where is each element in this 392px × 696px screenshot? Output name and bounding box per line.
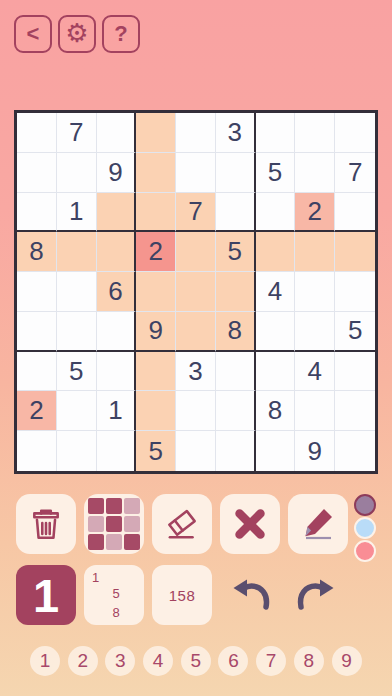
center-marks-button[interactable]: 158: [152, 565, 212, 625]
cell-r4c3[interactable]: [97, 232, 137, 272]
help-icon: ?: [114, 23, 127, 45]
cell-r8c2[interactable]: [57, 391, 97, 431]
cell-r3c3[interactable]: [97, 193, 137, 233]
cell-r5c4[interactable]: [136, 272, 176, 312]
color-dot-pink[interactable]: [354, 540, 376, 562]
back-icon: <: [27, 23, 40, 45]
cell-r8c3[interactable]: 1: [97, 391, 137, 431]
cell-r3c9[interactable]: [335, 193, 375, 233]
palette-square-dark: [106, 516, 122, 532]
cell-r3c7[interactable]: [256, 193, 296, 233]
cell-r6c8[interactable]: [295, 312, 335, 352]
cell-r2c4[interactable]: [136, 153, 176, 193]
cell-r1c5[interactable]: [176, 113, 216, 153]
cell-r4c5[interactable]: [176, 232, 216, 272]
cell-r4c4[interactable]: 2: [136, 232, 176, 272]
settings-button[interactable]: ⚙: [58, 15, 96, 53]
redo-button[interactable]: [294, 577, 334, 613]
palette-button[interactable]: [84, 494, 144, 554]
cell-r9c9[interactable]: [335, 431, 375, 471]
center-marks-label: 158: [169, 587, 196, 604]
cell-r8c5[interactable]: [176, 391, 216, 431]
gear-icon: ⚙: [65, 20, 88, 46]
cell-r7c3[interactable]: [97, 352, 137, 392]
cell-r5c3[interactable]: 6: [97, 272, 137, 312]
cell-r3c8[interactable]: 2: [295, 193, 335, 233]
back-button[interactable]: <: [14, 15, 52, 53]
top-bar: < ⚙ ?: [14, 15, 140, 53]
digit-button-6[interactable]: 6: [218, 646, 248, 676]
cell-r5c2[interactable]: [57, 272, 97, 312]
cell-r1c8[interactable]: [295, 113, 335, 153]
cell-r7c2[interactable]: 5: [57, 352, 97, 392]
cell-r7c8[interactable]: 4: [295, 352, 335, 392]
cell-r3c5[interactable]: 7: [176, 193, 216, 233]
cell-r3c1[interactable]: [17, 193, 57, 233]
digit-button-9[interactable]: 9: [332, 646, 362, 676]
palette-square-light: [124, 498, 140, 514]
cell-r6c1[interactable]: [17, 312, 57, 352]
digit-button-7[interactable]: 7: [256, 646, 286, 676]
corner-mark-1: 1: [92, 570, 99, 585]
pencil-icon: [299, 505, 337, 543]
cell-r5c6[interactable]: [216, 272, 256, 312]
cell-r2c7[interactable]: 5: [256, 153, 296, 193]
cell-r8c6[interactable]: [216, 391, 256, 431]
cell-r4c6[interactable]: 5: [216, 232, 256, 272]
cell-r7c4[interactable]: [136, 352, 176, 392]
x-icon: [231, 505, 269, 543]
cell-r4c1[interactable]: 8: [17, 232, 57, 272]
redo-icon: [294, 577, 334, 613]
cell-r8c7[interactable]: 8: [256, 391, 296, 431]
cell-r9c6[interactable]: [216, 431, 256, 471]
cell-r9c1[interactable]: [17, 431, 57, 471]
cell-r1c2[interactable]: 7: [57, 113, 97, 153]
cell-r8c8[interactable]: [295, 391, 335, 431]
digit-row: 123456789: [30, 646, 362, 676]
palette-square-light: [106, 534, 122, 550]
eraser-button[interactable]: [152, 494, 212, 554]
undo-icon: [233, 577, 273, 613]
palette-square-light: [124, 516, 140, 532]
entry-row: 1 1 5 8 158: [16, 565, 212, 625]
clear-button[interactable]: [220, 494, 280, 554]
cell-r6c4[interactable]: 9: [136, 312, 176, 352]
cell-r6c9[interactable]: 5: [335, 312, 375, 352]
corner-mark-8: 8: [113, 605, 120, 620]
cell-r6c2[interactable]: [57, 312, 97, 352]
digit-button-2[interactable]: 2: [68, 646, 98, 676]
cell-r4c9[interactable]: [335, 232, 375, 272]
cell-r9c8[interactable]: 9: [295, 431, 335, 471]
cell-r3c2[interactable]: 1: [57, 193, 97, 233]
palette-square-dark: [88, 498, 104, 514]
cell-r1c6[interactable]: 3: [216, 113, 256, 153]
cell-r1c1[interactable]: [17, 113, 57, 153]
toolbar: [16, 494, 348, 554]
cell-r6c3[interactable]: [97, 312, 137, 352]
cell-r2c5[interactable]: [176, 153, 216, 193]
cell-r2c6[interactable]: [216, 153, 256, 193]
cell-r4c2[interactable]: [57, 232, 97, 272]
cell-r6c7[interactable]: [256, 312, 296, 352]
cell-r1c3[interactable]: [97, 113, 137, 153]
cell-r3c6[interactable]: [216, 193, 256, 233]
cell-r5c7[interactable]: 4: [256, 272, 296, 312]
digit-button-4[interactable]: 4: [143, 646, 173, 676]
delete-button[interactable]: [16, 494, 76, 554]
digit-button-3[interactable]: 3: [105, 646, 135, 676]
cell-r8c4[interactable]: [136, 391, 176, 431]
palette-square-light: [88, 516, 104, 532]
trash-icon: [29, 507, 63, 541]
cell-r9c3[interactable]: [97, 431, 137, 471]
sudoku-board: 739571728256498553421859: [14, 110, 378, 474]
cell-r9c5[interactable]: [176, 431, 216, 471]
big-number-button[interactable]: 1: [16, 565, 76, 625]
pencil-button[interactable]: [288, 494, 348, 554]
cell-r8c1[interactable]: 2: [17, 391, 57, 431]
corner-mark-5: 5: [113, 586, 120, 601]
cell-r7c1[interactable]: [17, 352, 57, 392]
cell-r2c9[interactable]: 7: [335, 153, 375, 193]
digit-button-8[interactable]: 8: [294, 646, 324, 676]
cell-r5c9[interactable]: [335, 272, 375, 312]
digit-button-1[interactable]: 1: [30, 646, 60, 676]
cell-r7c5[interactable]: 3: [176, 352, 216, 392]
cell-r2c2[interactable]: [57, 153, 97, 193]
color-dots: [354, 494, 376, 562]
big-number-label: 1: [33, 568, 59, 623]
cell-r7c9[interactable]: [335, 352, 375, 392]
corner-marks-button[interactable]: 1 5 8: [84, 565, 144, 625]
eraser-icon: [163, 506, 201, 542]
color-dot-purple[interactable]: [354, 494, 376, 516]
cell-r2c1[interactable]: [17, 153, 57, 193]
cell-r6c5[interactable]: [176, 312, 216, 352]
cell-r9c7[interactable]: [256, 431, 296, 471]
cell-r6c6[interactable]: 8: [216, 312, 256, 352]
palette-square-dark: [124, 534, 140, 550]
cell-r4c8[interactable]: [295, 232, 335, 272]
cell-r8c9[interactable]: [335, 391, 375, 431]
cell-r5c1[interactable]: [17, 272, 57, 312]
cell-r7c7[interactable]: [256, 352, 296, 392]
palette-square-dark: [88, 534, 104, 550]
cell-r2c8[interactable]: [295, 153, 335, 193]
cell-r4c7[interactable]: [256, 232, 296, 272]
undo-button[interactable]: [233, 577, 273, 613]
help-button[interactable]: ?: [102, 15, 140, 53]
cell-r1c4[interactable]: [136, 113, 176, 153]
palette-grid-icon: [88, 498, 140, 550]
cell-r3c4[interactable]: [136, 193, 176, 233]
cell-r1c9[interactable]: [335, 113, 375, 153]
cell-r2c3[interactable]: 9: [97, 153, 137, 193]
cell-r9c2[interactable]: [57, 431, 97, 471]
palette-square-dark: [106, 498, 122, 514]
cell-r7c6[interactable]: [216, 352, 256, 392]
cell-r5c8[interactable]: [295, 272, 335, 312]
cell-r1c7[interactable]: [256, 113, 296, 153]
cell-r5c5[interactable]: [176, 272, 216, 312]
color-dot-blue[interactable]: [354, 517, 376, 539]
cell-r9c4[interactable]: 5: [136, 431, 176, 471]
digit-button-5[interactable]: 5: [181, 646, 211, 676]
